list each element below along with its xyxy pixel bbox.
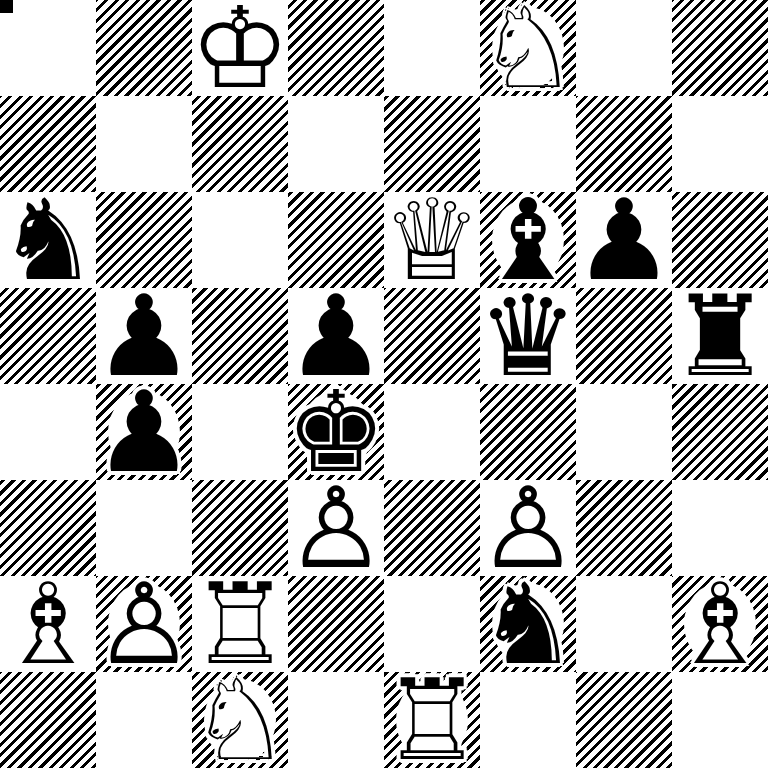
square-d1[interactable] [288, 672, 384, 768]
piece-white-pawn-d3-icon[interactable]: ♙ [286, 480, 386, 576]
square-g3[interactable] [576, 480, 672, 576]
piece-white-pawn-b2-icon[interactable]: ♙ [94, 576, 194, 672]
piece-black-rook-h5-icon[interactable]: ♜ [670, 288, 768, 384]
square-b4[interactable]: ♟ [96, 384, 192, 480]
piece-black-knight-f2-icon[interactable]: ♞ [478, 576, 578, 672]
square-f5[interactable]: ♛ [480, 288, 576, 384]
piece-white-king-c8-icon[interactable]: ♔ [190, 0, 290, 96]
square-h2[interactable]: ♗ [672, 576, 768, 672]
chess-board: ♔♘♞♕♝♟♟♟♛♜♟♚♙♙♗♙♖♞♗♘♖ [0, 0, 768, 768]
square-a8[interactable] [0, 0, 96, 96]
square-c6[interactable] [192, 192, 288, 288]
square-e8[interactable] [384, 0, 480, 96]
square-g2[interactable] [576, 576, 672, 672]
square-g6[interactable]: ♟ [576, 192, 672, 288]
square-g4[interactable] [576, 384, 672, 480]
square-e3[interactable] [384, 480, 480, 576]
square-b2[interactable]: ♙ [96, 576, 192, 672]
square-h7[interactable] [672, 96, 768, 192]
square-c1[interactable]: ♘ [192, 672, 288, 768]
piece-white-queen-e6-icon[interactable]: ♕ [382, 192, 482, 288]
square-d3[interactable]: ♙ [288, 480, 384, 576]
square-c8[interactable]: ♔ [192, 0, 288, 96]
piece-white-knight-f8-icon[interactable]: ♘ [478, 0, 578, 96]
square-e6[interactable]: ♕ [384, 192, 480, 288]
square-c5[interactable] [192, 288, 288, 384]
piece-white-knight-c1-icon[interactable]: ♘ [190, 672, 290, 768]
square-d7[interactable] [288, 96, 384, 192]
square-a2[interactable]: ♗ [0, 576, 96, 672]
square-h5[interactable]: ♜ [672, 288, 768, 384]
piece-white-bishop-h2-icon[interactable]: ♗ [670, 576, 768, 672]
square-g1[interactable] [576, 672, 672, 768]
piece-black-pawn-g6-icon[interactable]: ♟ [574, 192, 674, 288]
square-e4[interactable] [384, 384, 480, 480]
square-b8[interactable] [96, 0, 192, 96]
square-e1[interactable]: ♖ [384, 672, 480, 768]
piece-black-queen-f5-icon[interactable]: ♛ [478, 288, 578, 384]
square-f8[interactable]: ♘ [480, 0, 576, 96]
square-a6[interactable]: ♞ [0, 192, 96, 288]
square-c4[interactable] [192, 384, 288, 480]
square-a4[interactable] [0, 384, 96, 480]
square-h8[interactable] [672, 0, 768, 96]
square-d8[interactable] [288, 0, 384, 96]
piece-black-knight-a6-icon[interactable]: ♞ [0, 192, 98, 288]
piece-white-rook-e1-icon[interactable]: ♖ [382, 672, 482, 768]
corner-artifact-mark [0, 0, 13, 13]
piece-black-pawn-b4-icon[interactable]: ♟ [94, 384, 194, 480]
piece-white-bishop-a2-icon[interactable]: ♗ [0, 576, 98, 672]
square-f2[interactable]: ♞ [480, 576, 576, 672]
square-b7[interactable] [96, 96, 192, 192]
square-g8[interactable] [576, 0, 672, 96]
